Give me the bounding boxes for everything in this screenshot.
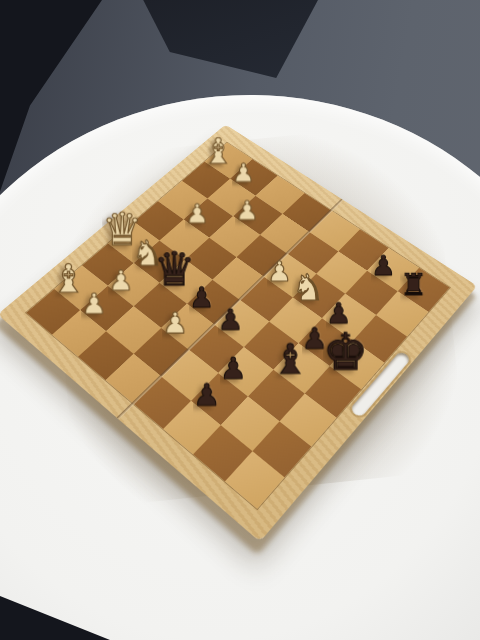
black-king-e8[interactable]: ♚ xyxy=(323,325,369,376)
black-pawn-b6[interactable]: ♟ xyxy=(193,381,220,411)
white-pawn-h2[interactable]: ♟ xyxy=(232,161,255,187)
white-pawn-c2[interactable]: ♟ xyxy=(109,267,134,295)
black-pawn-d4[interactable]: ♟ xyxy=(189,284,214,312)
white-pawn-f5[interactable]: ♟ xyxy=(267,258,292,286)
white-knight-f6[interactable]: ♞ xyxy=(292,270,324,306)
photo-scene: ♝♟♟♜♟♟♟♞♟♟♚♛♞♛♟♟♝♟♟♟♝♟♟ xyxy=(0,0,480,640)
black-pawn-c6[interactable]: ♟ xyxy=(220,354,247,384)
square-h8[interactable]: ♜ xyxy=(398,267,450,311)
black-rook-h8[interactable]: ♜ xyxy=(400,270,427,300)
black-pawn-d5[interactable]: ♟ xyxy=(217,306,243,335)
white-pawn-b2[interactable]: ♟ xyxy=(82,291,107,319)
square-h4[interactable] xyxy=(282,193,331,232)
background-bag-shape xyxy=(128,0,318,100)
white-bishop-h1[interactable]: ♝ xyxy=(203,134,234,169)
black-pawn-h7[interactable]: ♟ xyxy=(371,252,396,280)
black-bishop-d7[interactable]: ♝ xyxy=(272,338,309,379)
white-pawn-c4[interactable]: ♟ xyxy=(163,309,189,338)
white-pawn-f2[interactable]: ♟ xyxy=(186,201,210,227)
white-pawn-g3[interactable]: ♟ xyxy=(235,198,259,224)
